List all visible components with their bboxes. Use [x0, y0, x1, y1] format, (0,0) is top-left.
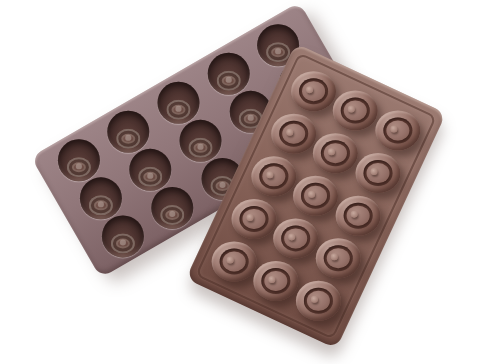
mold-cavity — [157, 82, 199, 124]
bump-center-dome — [265, 270, 288, 291]
bump-center-dome — [327, 248, 350, 269]
mold-cavity — [58, 139, 100, 181]
bump-center-dome — [304, 186, 327, 207]
bump-recess-ring — [304, 287, 334, 313]
mold-bump — [231, 199, 276, 239]
bump-center-dome — [324, 143, 347, 164]
bump-swirl-nub — [331, 253, 338, 260]
bump-recess-ring — [301, 183, 331, 209]
bump-center-dome — [386, 121, 409, 142]
bump-recess-ring — [239, 205, 269, 231]
bump-swirl-nub — [328, 149, 335, 156]
mold-bump — [313, 134, 358, 174]
mold-cavity — [102, 216, 144, 258]
bump-recess-ring — [363, 160, 393, 186]
mold-bump — [271, 114, 316, 154]
bump-swirl-nub — [266, 171, 273, 178]
bump-recess-ring — [281, 225, 311, 251]
bump-recess-ring — [219, 248, 249, 274]
bump-center-dome — [307, 290, 330, 311]
bump-recess-ring — [343, 203, 373, 229]
bump-swirl-nub — [247, 214, 254, 221]
mold-bump — [333, 91, 378, 131]
bump-swirl-nub — [306, 86, 313, 93]
bump-center-dome — [344, 101, 367, 122]
bump-swirl-nub — [227, 256, 234, 263]
mold-cavity — [80, 177, 122, 219]
bump-swirl-nub — [311, 296, 318, 303]
mold-cavity — [152, 187, 194, 229]
bump-swirl-nub — [289, 233, 296, 240]
bump-recess-ring — [279, 121, 309, 147]
bump-center-dome — [282, 124, 305, 145]
mold-bump — [356, 153, 401, 193]
mold-cavity — [130, 149, 172, 191]
mold-bump — [254, 261, 299, 301]
bump-recess-ring — [341, 98, 371, 124]
bump-center-dome — [262, 166, 285, 187]
mold-bump — [274, 218, 319, 258]
mold-bump — [316, 238, 361, 278]
bump-recess-ring — [321, 140, 351, 166]
mold-cavity — [179, 120, 221, 162]
bump-center-dome — [302, 81, 325, 102]
bump-center-dome — [347, 205, 370, 226]
bump-swirl-nub — [351, 211, 358, 218]
bump-swirl-nub — [309, 191, 316, 198]
mold-cavity — [108, 111, 150, 153]
bump-center-dome — [223, 251, 246, 272]
bump-swirl-nub — [348, 106, 355, 113]
bump-swirl-nub — [269, 276, 276, 283]
mold-bump — [291, 71, 336, 111]
mold-bump — [296, 281, 341, 321]
mold-bump — [293, 176, 338, 216]
mold-bump — [336, 196, 381, 236]
bump-recess-ring — [324, 245, 354, 271]
bump-center-dome — [242, 208, 265, 229]
bump-recess-ring — [298, 78, 328, 104]
bump-swirl-nub — [371, 168, 378, 175]
product-photo-stage — [0, 0, 500, 364]
bump-center-dome — [285, 228, 308, 249]
mold-bump — [251, 156, 296, 196]
bump-center-dome — [366, 163, 389, 184]
mold-bump — [212, 241, 257, 281]
bump-recess-ring — [259, 163, 289, 189]
bump-recess-ring — [383, 118, 413, 144]
bump-swirl-nub — [390, 126, 397, 133]
bump-recess-ring — [262, 268, 292, 294]
mold-bump — [375, 111, 420, 151]
bump-swirl-nub — [286, 129, 293, 136]
mold-cavity — [207, 53, 249, 95]
